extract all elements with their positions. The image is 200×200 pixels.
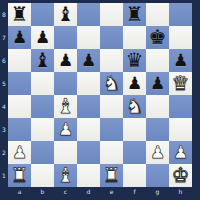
- square-d8[interactable]: [77, 3, 100, 26]
- square-d4[interactable]: [77, 95, 100, 118]
- file-label-h: h: [169, 187, 192, 199]
- square-e7[interactable]: [100, 26, 123, 49]
- square-f8[interactable]: ♜: [123, 3, 146, 26]
- file-label-e: e: [100, 187, 123, 199]
- square-h8[interactable]: [169, 3, 192, 26]
- square-d7[interactable]: [77, 26, 100, 49]
- board-squares: ♜♝♜♟♟♚♝♟♟♛♟♞♟♟♛♝♞♟♟♟♟♜♝♜♚: [8, 3, 192, 187]
- square-a2[interactable]: ♟: [8, 141, 31, 164]
- black-bishop-b6[interactable]: ♝: [34, 49, 52, 72]
- white-rook-e1[interactable]: ♜: [103, 164, 121, 187]
- square-h2[interactable]: ♟: [169, 141, 192, 164]
- square-e1[interactable]: ♜: [100, 164, 123, 187]
- square-c3[interactable]: ♟: [54, 118, 77, 141]
- rank-label-1: 1: [0, 164, 8, 187]
- square-b3[interactable]: [31, 118, 54, 141]
- rank-labels: 87654321: [0, 3, 8, 187]
- square-f5[interactable]: ♟: [123, 72, 146, 95]
- white-king-h1[interactable]: ♚: [172, 164, 190, 187]
- square-g6[interactable]: [146, 49, 169, 72]
- file-label-b: b: [31, 187, 54, 199]
- black-pawn-h6[interactable]: ♟: [173, 49, 188, 72]
- square-h5[interactable]: ♛: [169, 72, 192, 95]
- square-e6[interactable]: [100, 49, 123, 72]
- square-h7[interactable]: [169, 26, 192, 49]
- square-a8[interactable]: ♜: [8, 3, 31, 26]
- square-a5[interactable]: [8, 72, 31, 95]
- square-b5[interactable]: [31, 72, 54, 95]
- square-a7[interactable]: ♟: [8, 26, 31, 49]
- black-pawn-b7[interactable]: ♟: [35, 26, 50, 49]
- square-f7[interactable]: [123, 26, 146, 49]
- white-pawn-c3[interactable]: ♟: [58, 118, 73, 141]
- square-h4[interactable]: [169, 95, 192, 118]
- white-bishop-c4[interactable]: ♝: [57, 95, 75, 118]
- rank-label-4: 4: [0, 95, 8, 118]
- black-pawn-f5[interactable]: ♟: [127, 72, 142, 95]
- rank-label-5: 5: [0, 72, 8, 95]
- rank-label-3: 3: [0, 118, 8, 141]
- square-e8[interactable]: [100, 3, 123, 26]
- square-h1[interactable]: ♚: [169, 164, 192, 187]
- square-f4[interactable]: ♞: [123, 95, 146, 118]
- square-d3[interactable]: [77, 118, 100, 141]
- square-c1[interactable]: ♝: [54, 164, 77, 187]
- white-pawn-h2[interactable]: ♟: [173, 141, 188, 164]
- file-label-g: g: [146, 187, 169, 199]
- square-f3[interactable]: [123, 118, 146, 141]
- chess-board: 87654321 ♜♝♜♟♟♚♝♟♟♛♟♞♟♟♛♝♞♟♟♟♟♜♝♜♚ abcde…: [0, 0, 200, 200]
- black-rook-a8[interactable]: ♜: [11, 3, 29, 26]
- rank-label-6: 6: [0, 49, 8, 72]
- black-pawn-c6[interactable]: ♟: [58, 49, 73, 72]
- black-pawn-g5[interactable]: ♟: [150, 72, 165, 95]
- square-g1[interactable]: [146, 164, 169, 187]
- square-f1[interactable]: [123, 164, 146, 187]
- square-a4[interactable]: [8, 95, 31, 118]
- white-pawn-a2[interactable]: ♟: [12, 141, 27, 164]
- file-label-d: d: [77, 187, 100, 199]
- square-h6[interactable]: ♟: [169, 49, 192, 72]
- square-e4[interactable]: [100, 95, 123, 118]
- square-f2[interactable]: [123, 141, 146, 164]
- rank-label-8: 8: [0, 3, 8, 26]
- square-f6[interactable]: ♛: [123, 49, 146, 72]
- square-a3[interactable]: [8, 118, 31, 141]
- square-b6[interactable]: ♝: [31, 49, 54, 72]
- square-a6[interactable]: [8, 49, 31, 72]
- black-queen-f6[interactable]: ♛: [126, 49, 144, 72]
- white-knight-f4[interactable]: ♞: [126, 95, 144, 118]
- square-d6[interactable]: ♟: [77, 49, 100, 72]
- black-pawn-d6[interactable]: ♟: [81, 49, 96, 72]
- square-c2[interactable]: [54, 141, 77, 164]
- square-h3[interactable]: [169, 118, 192, 141]
- white-rook-a1[interactable]: ♜: [11, 164, 29, 187]
- square-c4[interactable]: ♝: [54, 95, 77, 118]
- square-b1[interactable]: [31, 164, 54, 187]
- square-d1[interactable]: [77, 164, 100, 187]
- white-pawn-g2[interactable]: ♟: [150, 141, 165, 164]
- white-knight-e5[interactable]: ♞: [103, 72, 121, 95]
- square-b7[interactable]: ♟: [31, 26, 54, 49]
- file-label-c: c: [54, 187, 77, 199]
- square-c5[interactable]: [54, 72, 77, 95]
- file-labels: abcdefgh: [8, 187, 192, 199]
- rank-label-7: 7: [0, 26, 8, 49]
- black-king-g7[interactable]: ♚: [149, 26, 167, 49]
- square-b8[interactable]: [31, 3, 54, 26]
- square-d5[interactable]: [77, 72, 100, 95]
- square-g4[interactable]: [146, 95, 169, 118]
- square-b4[interactable]: [31, 95, 54, 118]
- square-g8[interactable]: [146, 3, 169, 26]
- square-g5[interactable]: ♟: [146, 72, 169, 95]
- square-b2[interactable]: [31, 141, 54, 164]
- white-queen-h5[interactable]: ♛: [172, 72, 190, 95]
- square-e3[interactable]: [100, 118, 123, 141]
- black-pawn-a7[interactable]: ♟: [12, 26, 27, 49]
- white-bishop-c1[interactable]: ♝: [57, 164, 75, 187]
- square-g7[interactable]: ♚: [146, 26, 169, 49]
- square-a1[interactable]: ♜: [8, 164, 31, 187]
- black-bishop-c8[interactable]: ♝: [57, 3, 75, 26]
- square-c7[interactable]: [54, 26, 77, 49]
- file-label-a: a: [8, 187, 31, 199]
- square-d2[interactable]: [77, 141, 100, 164]
- square-e2[interactable]: [100, 141, 123, 164]
- square-c6[interactable]: ♟: [54, 49, 77, 72]
- square-g3[interactable]: [146, 118, 169, 141]
- square-g2[interactable]: ♟: [146, 141, 169, 164]
- square-e5[interactable]: ♞: [100, 72, 123, 95]
- black-rook-f8[interactable]: ♜: [126, 3, 144, 26]
- rank-label-2: 2: [0, 141, 8, 164]
- file-label-f: f: [123, 187, 146, 199]
- square-c8[interactable]: ♝: [54, 3, 77, 26]
